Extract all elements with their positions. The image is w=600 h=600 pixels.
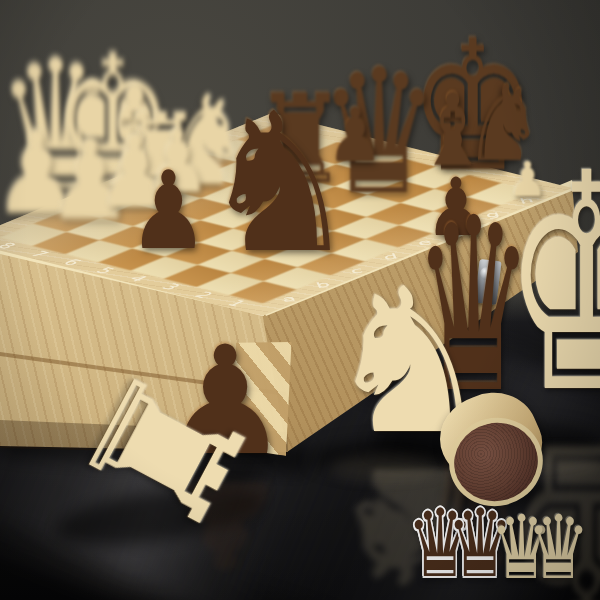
light-king-foreground: ♚	[503, 150, 600, 420]
inset-light-piece-2: ♛	[527, 508, 590, 587]
dark-pawn-on-board: ♟	[129, 162, 208, 259]
chess-set-photo: 12345678abcdefgh ♛♚♝♜♞♟♟♟♟♟♟♞♜♛♚♝♞♟♟♟♟♛♛…	[0, 0, 600, 600]
